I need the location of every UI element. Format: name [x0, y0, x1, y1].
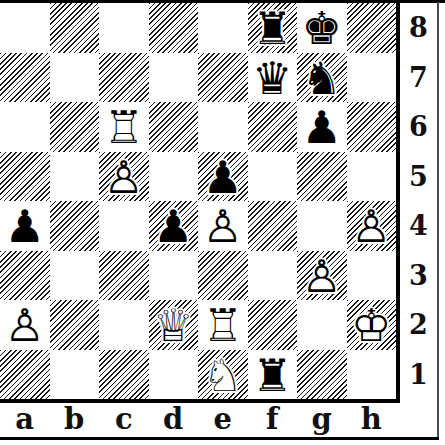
square-g8: ♚♚ — [297, 3, 347, 53]
square-c8 — [99, 3, 149, 53]
rank-label-6: 6 — [400, 102, 437, 152]
square-b4 — [50, 201, 100, 251]
square-e8 — [198, 3, 248, 53]
square-a4: ♟♟ — [0, 201, 50, 251]
rank-label-4: 4 — [400, 201, 437, 251]
rank-label-7: 7 — [400, 53, 437, 103]
square-h4: ♟♙ — [347, 201, 397, 251]
file-label-f: f — [248, 400, 298, 437]
file-label-b: b — [50, 400, 100, 437]
piece-white-pawn-e4: ♙ — [198, 201, 248, 251]
piece-white-rook-c6: ♖ — [99, 102, 149, 152]
piece-white-pawn-c5: ♙ — [99, 152, 149, 202]
rank-label-5: 5 — [400, 152, 437, 202]
chess-board: ♜♜♚♚♛♛♞♞♜♖♟♟♟♙♟♟♟♟♟♟♟♙♟♙♟♙♟♙♛♕♜♖♚♔♞♘♜♜ — [0, 3, 400, 403]
rank-labels: 87654321 — [400, 3, 437, 399]
square-h6 — [347, 102, 397, 152]
square-b5 — [50, 152, 100, 202]
square-a3 — [0, 251, 50, 301]
file-label-a: a — [0, 400, 50, 437]
square-b6 — [50, 102, 100, 152]
file-label-g: g — [297, 400, 347, 437]
piece-white-queen-d2: ♕ — [149, 300, 199, 350]
rank-label-8: 8 — [400, 3, 437, 53]
piece-black-knight-g7: ♞ — [297, 53, 347, 103]
square-d7 — [149, 53, 199, 103]
piece-white-knight-e1: ♘ — [198, 350, 248, 400]
square-f3 — [248, 251, 298, 301]
piece-black-pawn-a4: ♟ — [0, 201, 50, 251]
piece-white-rook-e2: ♖ — [198, 300, 248, 350]
file-label-c: c — [99, 400, 149, 437]
chess-diagram: ♜♜♚♚♛♛♞♞♜♖♟♟♟♙♟♟♟♟♟♟♟♙♟♙♟♙♟♙♛♕♜♖♚♔♞♘♜♜ 8… — [0, 0, 445, 445]
square-f7: ♛♛ — [248, 53, 298, 103]
square-f6 — [248, 102, 298, 152]
square-h5 — [347, 152, 397, 202]
square-e6 — [198, 102, 248, 152]
square-d1 — [149, 350, 199, 400]
piece-black-pawn-g6: ♟ — [297, 102, 347, 152]
piece-white-pawn-h4: ♙ — [347, 201, 397, 251]
square-a1 — [0, 350, 50, 400]
piece-white-king-h2: ♔ — [347, 300, 397, 350]
square-c5: ♟♙ — [99, 152, 149, 202]
square-b8 — [50, 3, 100, 53]
square-g5 — [297, 152, 347, 202]
piece-black-rook-f1: ♜ — [248, 350, 298, 400]
square-b7 — [50, 53, 100, 103]
square-d5 — [149, 152, 199, 202]
piece-black-pawn-e5: ♟ — [198, 152, 248, 202]
square-d6 — [149, 102, 199, 152]
file-label-h: h — [347, 400, 397, 437]
square-b2 — [50, 300, 100, 350]
piece-white-pawn-g3: ♙ — [297, 251, 347, 301]
square-f2 — [248, 300, 298, 350]
piece-black-king-g8: ♚ — [297, 3, 347, 53]
square-h3 — [347, 251, 397, 301]
square-e7 — [198, 53, 248, 103]
square-g6: ♟♟ — [297, 102, 347, 152]
file-label-d: d — [149, 400, 199, 437]
piece-black-rook-f8: ♜ — [248, 3, 298, 53]
square-d8 — [149, 3, 199, 53]
square-f8: ♜♜ — [248, 3, 298, 53]
square-c7 — [99, 53, 149, 103]
square-g1 — [297, 350, 347, 400]
square-a2: ♟♙ — [0, 300, 50, 350]
piece-black-queen-f7: ♛ — [248, 53, 298, 103]
square-f1: ♜♜ — [248, 350, 298, 400]
square-e3 — [198, 251, 248, 301]
rank-label-1: 1 — [400, 350, 437, 400]
square-d2: ♛♕ — [149, 300, 199, 350]
square-a5 — [0, 152, 50, 202]
square-h1 — [347, 350, 397, 400]
square-c6: ♜♖ — [99, 102, 149, 152]
square-e2: ♜♖ — [198, 300, 248, 350]
bottom-rule — [0, 437, 439, 440]
rank-label-2: 2 — [400, 300, 437, 350]
square-c1 — [99, 350, 149, 400]
square-d3 — [149, 251, 199, 301]
file-labels: abcdefgh — [0, 400, 396, 437]
piece-black-pawn-d4: ♟ — [149, 201, 199, 251]
square-e5: ♟♟ — [198, 152, 248, 202]
square-b1 — [50, 350, 100, 400]
square-d4: ♟♟ — [149, 201, 199, 251]
square-c3 — [99, 251, 149, 301]
square-h7 — [347, 53, 397, 103]
square-h2: ♚♔ — [347, 300, 397, 350]
square-b3 — [50, 251, 100, 301]
square-g2 — [297, 300, 347, 350]
square-e4: ♟♙ — [198, 201, 248, 251]
square-g4 — [297, 201, 347, 251]
square-f4 — [248, 201, 298, 251]
square-f5 — [248, 152, 298, 202]
piece-white-pawn-a2: ♙ — [0, 300, 50, 350]
file-label-e: e — [198, 400, 248, 437]
square-g3: ♟♙ — [297, 251, 347, 301]
square-c4 — [99, 201, 149, 251]
rank-label-3: 3 — [400, 251, 437, 301]
square-e1: ♞♘ — [198, 350, 248, 400]
square-a8 — [0, 3, 50, 53]
square-a7 — [0, 53, 50, 103]
square-a6 — [0, 102, 50, 152]
square-g7: ♞♞ — [297, 53, 347, 103]
square-c2 — [99, 300, 149, 350]
square-h8 — [347, 3, 397, 53]
right-rule — [437, 2, 439, 440]
